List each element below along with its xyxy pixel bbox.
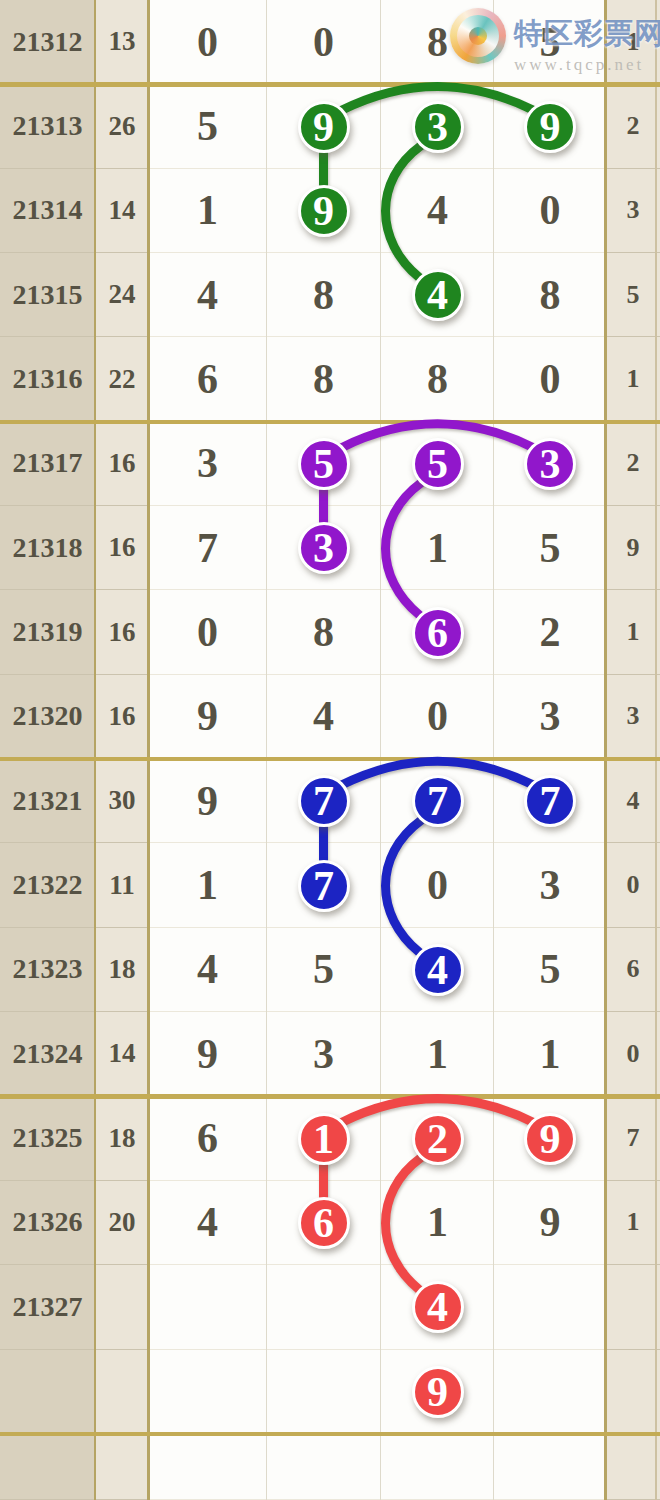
- circled-digit: 9: [412, 1366, 464, 1418]
- circled-digit: 3: [412, 101, 464, 153]
- circled-digit: 7: [298, 775, 350, 827]
- circled-digit: 9: [524, 101, 576, 153]
- circled-digit: 4: [412, 1281, 464, 1333]
- circled-digit: 9: [298, 185, 350, 237]
- circled-digit: 4: [412, 944, 464, 996]
- circled-digit: 6: [298, 1197, 350, 1249]
- site-logo-text: 特区彩票网 www.tqcp.net: [514, 14, 660, 75]
- circled-digit: 4: [412, 269, 464, 321]
- circled-digit: 5: [298, 438, 350, 490]
- rainbow-swirl-icon: [450, 8, 506, 64]
- circled-digit: 7: [524, 775, 576, 827]
- circled-digit: 1: [298, 1113, 350, 1165]
- circled-digit: 7: [412, 775, 464, 827]
- connector-line: [386, 820, 422, 952]
- circled-digit: 9: [524, 1113, 576, 1165]
- circled-digit: 5: [412, 438, 464, 490]
- site-url: www.tqcp.net: [514, 55, 660, 75]
- site-logo: 特区彩票网 www.tqcp.net: [450, 8, 660, 75]
- connector-line: [386, 146, 422, 278]
- circled-digit: 2: [412, 1113, 464, 1165]
- circled-digit: 3: [524, 438, 576, 490]
- connector-line: [386, 483, 422, 615]
- circled-digit: 9: [298, 101, 350, 153]
- lottery-trend-chart: 2131213008512131326522131414140321315244…: [0, 0, 660, 1500]
- site-name: 特区彩票网: [514, 14, 660, 54]
- circled-digit: 6: [412, 607, 464, 659]
- circled-digit: 3: [298, 522, 350, 574]
- connector-line: [386, 1158, 422, 1290]
- circled-digit: 7: [298, 860, 350, 912]
